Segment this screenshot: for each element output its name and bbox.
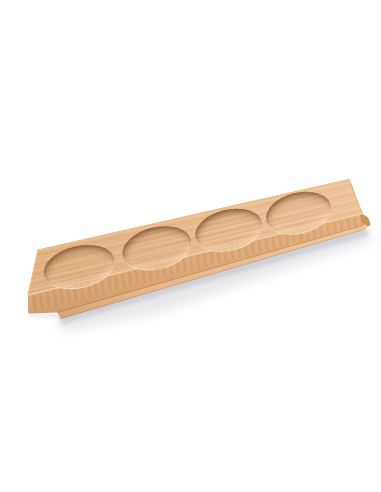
- photo-canvas: [0, 0, 381, 492]
